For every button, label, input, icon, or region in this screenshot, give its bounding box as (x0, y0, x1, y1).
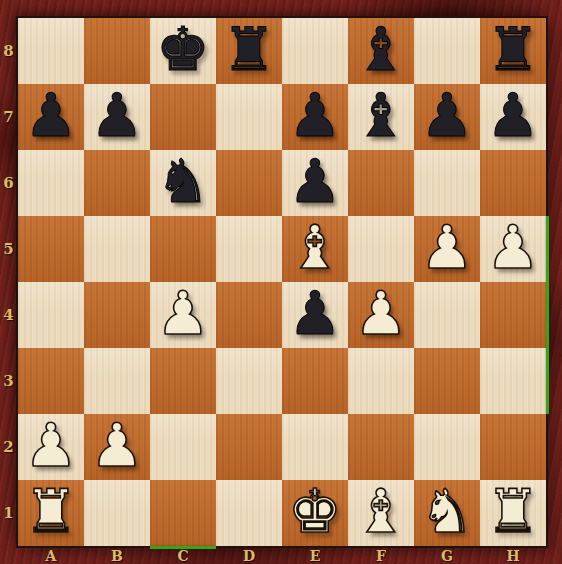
square-g3[interactable] (414, 348, 480, 414)
square-e2[interactable] (282, 414, 348, 480)
square-c1[interactable] (150, 480, 216, 546)
file-label-f: F (348, 548, 414, 564)
white-pawn[interactable]: ♟ (486, 217, 540, 277)
rank-label-3: 3 (0, 348, 17, 414)
file-label-h: H (480, 548, 546, 564)
square-e8[interactable] (282, 18, 348, 84)
black-pawn[interactable]: ♟ (288, 283, 342, 343)
square-g6[interactable] (414, 150, 480, 216)
file-label-b: B (84, 548, 150, 564)
square-c6[interactable]: ♞ (150, 150, 216, 216)
square-g1[interactable]: ♞ (414, 480, 480, 546)
square-e1[interactable]: ♚ (282, 480, 348, 546)
square-e7[interactable]: ♟ (282, 84, 348, 150)
square-a6[interactable] (18, 150, 84, 216)
square-d6[interactable] (216, 150, 282, 216)
square-g8[interactable] (414, 18, 480, 84)
rank-label-4: 4 (0, 282, 17, 348)
black-knight[interactable]: ♞ (156, 151, 210, 211)
square-h3[interactable] (480, 348, 546, 414)
square-g4[interactable] (414, 282, 480, 348)
black-bishop[interactable]: ♝ (354, 19, 408, 79)
board-frame: ♚♜♝♜♟♟♟♝♟♟♞♟♝♟♟♟♟♟♟♟♜♚♝♞♜ 87654321ABCDEF… (0, 0, 562, 564)
rank-label-7: 7 (0, 84, 17, 150)
square-e3[interactable] (282, 348, 348, 414)
square-d1[interactable] (216, 480, 282, 546)
square-c8[interactable]: ♚ (150, 18, 216, 84)
black-rook[interactable]: ♜ (486, 19, 540, 79)
square-e5[interactable]: ♝ (282, 216, 348, 282)
black-bishop[interactable]: ♝ (354, 85, 408, 145)
square-b4[interactable] (84, 282, 150, 348)
chess-board: ♚♜♝♜♟♟♟♝♟♟♞♟♝♟♟♟♟♟♟♟♜♚♝♞♜ (18, 18, 546, 546)
square-f7[interactable]: ♝ (348, 84, 414, 150)
square-a7[interactable]: ♟ (18, 84, 84, 150)
white-pawn[interactable]: ♟ (90, 415, 144, 475)
square-f5[interactable] (348, 216, 414, 282)
square-g7[interactable]: ♟ (414, 84, 480, 150)
white-pawn[interactable]: ♟ (354, 283, 408, 343)
square-h2[interactable] (480, 414, 546, 480)
right-edge-move-indicator (546, 216, 549, 414)
square-g2[interactable] (414, 414, 480, 480)
rank-label-5: 5 (0, 216, 17, 282)
black-king[interactable]: ♚ (156, 19, 210, 79)
square-a2[interactable]: ♟ (18, 414, 84, 480)
white-pawn[interactable]: ♟ (24, 415, 78, 475)
square-c4[interactable]: ♟ (150, 282, 216, 348)
square-h6[interactable] (480, 150, 546, 216)
black-pawn[interactable]: ♟ (90, 85, 144, 145)
square-b3[interactable] (84, 348, 150, 414)
square-e4[interactable]: ♟ (282, 282, 348, 348)
square-c5[interactable] (150, 216, 216, 282)
square-b6[interactable] (84, 150, 150, 216)
square-d8[interactable]: ♜ (216, 18, 282, 84)
rank-label-1: 1 (0, 480, 17, 546)
square-a3[interactable] (18, 348, 84, 414)
white-knight[interactable]: ♞ (420, 481, 474, 541)
square-a1[interactable]: ♜ (18, 480, 84, 546)
square-b7[interactable]: ♟ (84, 84, 150, 150)
file-label-g: G (414, 548, 480, 564)
black-pawn[interactable]: ♟ (24, 85, 78, 145)
rank-label-2: 2 (0, 414, 17, 480)
square-h1[interactable]: ♜ (480, 480, 546, 546)
file-label-c: C (150, 548, 216, 564)
rank-label-6: 6 (0, 150, 17, 216)
square-a8[interactable] (18, 18, 84, 84)
white-pawn[interactable]: ♟ (420, 217, 474, 277)
square-b2[interactable]: ♟ (84, 414, 150, 480)
square-h4[interactable] (480, 282, 546, 348)
rank-label-8: 8 (0, 18, 17, 84)
file-label-d: D (216, 548, 282, 564)
white-bishop[interactable]: ♝ (354, 481, 408, 541)
black-pawn[interactable]: ♟ (288, 151, 342, 211)
square-a4[interactable] (18, 282, 84, 348)
square-b5[interactable] (84, 216, 150, 282)
white-rook[interactable]: ♜ (486, 481, 540, 541)
square-d4[interactable] (216, 282, 282, 348)
square-d5[interactable] (216, 216, 282, 282)
square-b8[interactable] (84, 18, 150, 84)
black-pawn[interactable]: ♟ (486, 85, 540, 145)
square-c7[interactable] (150, 84, 216, 150)
square-g5[interactable]: ♟ (414, 216, 480, 282)
square-d7[interactable] (216, 84, 282, 150)
square-c2[interactable] (150, 414, 216, 480)
square-f1[interactable]: ♝ (348, 480, 414, 546)
square-h7[interactable]: ♟ (480, 84, 546, 150)
square-d3[interactable] (216, 348, 282, 414)
black-pawn[interactable]: ♟ (288, 85, 342, 145)
square-h8[interactable]: ♜ (480, 18, 546, 84)
file-label-e: E (282, 548, 348, 564)
square-h5[interactable]: ♟ (480, 216, 546, 282)
square-d2[interactable] (216, 414, 282, 480)
square-c3[interactable] (150, 348, 216, 414)
square-f6[interactable] (348, 150, 414, 216)
square-f4[interactable]: ♟ (348, 282, 414, 348)
file-label-a: A (18, 548, 84, 564)
square-f2[interactable] (348, 414, 414, 480)
square-b1[interactable] (84, 480, 150, 546)
white-pawn[interactable]: ♟ (156, 283, 210, 343)
square-a5[interactable] (18, 216, 84, 282)
black-pawn[interactable]: ♟ (420, 85, 474, 145)
square-f8[interactable]: ♝ (348, 18, 414, 84)
white-king[interactable]: ♚ (288, 481, 342, 541)
black-rook[interactable]: ♜ (222, 19, 276, 79)
square-f3[interactable] (348, 348, 414, 414)
white-bishop[interactable]: ♝ (288, 217, 342, 277)
white-rook[interactable]: ♜ (24, 481, 78, 541)
square-e6[interactable]: ♟ (282, 150, 348, 216)
